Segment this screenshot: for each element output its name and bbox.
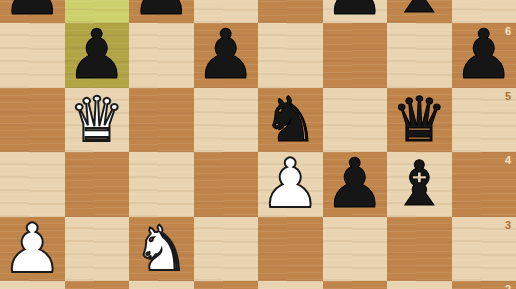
square-c4[interactable] [129,152,194,217]
square-b3[interactable] [65,217,130,282]
black-bishop-g7[interactable]: ♝ [391,0,447,22]
rank-label-6: 6 [505,26,511,37]
black-pawn-f4[interactable]: ♟ [324,150,385,218]
rank-label-3: 3 [505,220,511,231]
square-d4[interactable] [194,152,259,217]
black-pawn-d6[interactable]: ♟ [195,21,256,89]
black-knight-e5[interactable]: ♞ [262,89,318,151]
white-knight-c3[interactable]: ♞ [133,218,189,280]
square-f3[interactable] [323,217,388,282]
square-g6[interactable] [387,23,452,88]
square-g5[interactable]: ♛ [387,88,452,153]
black-bishop-g4[interactable]: ♝ [391,153,447,215]
square-a4[interactable] [0,152,65,217]
black-queen-g5[interactable]: ♛ [391,89,447,151]
square-a3[interactable]: ♟ [0,217,65,282]
square-b2[interactable] [65,281,130,289]
square-e7[interactable] [258,0,323,23]
square-c7[interactable]: ♟ [129,0,194,23]
square-a5[interactable] [0,88,65,153]
square-f7[interactable]: ♟ [323,0,388,23]
square-g3[interactable] [387,217,452,282]
square-e3[interactable] [258,217,323,282]
square-g2[interactable] [387,281,452,289]
square-d3[interactable] [194,217,259,282]
square-f2[interactable] [323,281,388,289]
square-h5[interactable]: 5 [452,88,516,153]
black-pawn-c7[interactable]: ♟ [131,0,192,25]
square-c3[interactable]: ♞ [129,217,194,282]
square-g7[interactable]: ♝ [387,0,452,23]
square-b4[interactable] [65,152,130,217]
white-pawn-e4[interactable]: ♟ [260,150,321,218]
board-viewport: 8♟♟♟♝7♟♟6♟♛♞♛5♟♟♝4♟♞321 [0,0,516,289]
square-h4[interactable]: 4 [452,152,516,217]
square-e5[interactable]: ♞ [258,88,323,153]
square-f5[interactable] [323,88,388,153]
square-c5[interactable] [129,88,194,153]
square-b5[interactable]: ♛ [65,88,130,153]
square-a6[interactable] [0,23,65,88]
rank-label-2: 2 [505,284,511,289]
square-e2[interactable] [258,281,323,289]
square-f6[interactable] [323,23,388,88]
square-c6[interactable] [129,23,194,88]
square-e4[interactable]: ♟ [258,152,323,217]
black-pawn-b6[interactable]: ♟ [66,21,127,89]
rank-label-4: 4 [505,155,511,166]
square-d2[interactable] [194,281,259,289]
white-pawn-a3[interactable]: ♟ [2,215,63,283]
square-f4[interactable]: ♟ [323,152,388,217]
square-g4[interactable]: ♝ [387,152,452,217]
black-pawn-a7[interactable]: ♟ [2,0,63,25]
square-e6[interactable] [258,23,323,88]
black-pawn-f7[interactable]: ♟ [324,0,385,25]
square-h3[interactable]: 3 [452,217,516,282]
white-queen-b5[interactable]: ♛ [69,89,125,151]
square-h6[interactable]: 6♟ [452,23,516,88]
chess-board: 8♟♟♟♝7♟♟6♟♛♞♛5♟♟♝4♟♞321 [0,0,516,289]
square-d6[interactable]: ♟ [194,23,259,88]
square-b6[interactable]: ♟ [65,23,130,88]
rank-label-5: 5 [505,91,511,102]
square-a7[interactable]: ♟ [0,0,65,23]
square-d5[interactable] [194,88,259,153]
square-h2[interactable]: 2 [452,281,516,289]
